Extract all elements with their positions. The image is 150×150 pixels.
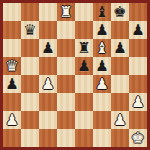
piece-black-pawn: ♟ — [75, 57, 93, 75]
square-c4[interactable]: ♟ — [39, 75, 57, 93]
square-c1[interactable] — [39, 129, 57, 147]
square-c2[interactable] — [39, 111, 57, 129]
chess-board: ♜♝♚♛♟♟♟♜♝♟♛♟♟♟♟♟♟♟♟♚ — [3, 3, 147, 147]
piece-white-king: ♚ — [129, 129, 147, 147]
square-h1[interactable]: ♚ — [129, 129, 147, 147]
square-c5[interactable] — [39, 57, 57, 75]
square-d1[interactable] — [57, 129, 75, 147]
square-a4[interactable]: ♟ — [3, 75, 21, 93]
square-d7[interactable] — [57, 21, 75, 39]
square-a2[interactable]: ♟ — [3, 111, 21, 129]
square-a7[interactable] — [3, 21, 21, 39]
square-a5[interactable]: ♛ — [3, 57, 21, 75]
square-b8[interactable] — [21, 3, 39, 21]
square-g3[interactable] — [111, 93, 129, 111]
square-d2[interactable] — [57, 111, 75, 129]
square-e4[interactable] — [75, 75, 93, 93]
piece-white-queen: ♛ — [3, 57, 21, 75]
square-d4[interactable] — [57, 75, 75, 93]
square-b4[interactable] — [21, 75, 39, 93]
square-d3[interactable] — [57, 93, 75, 111]
square-a8[interactable] — [3, 3, 21, 21]
square-g6[interactable]: ♟ — [111, 39, 129, 57]
square-f7[interactable]: ♟ — [93, 21, 111, 39]
square-g4[interactable] — [111, 75, 129, 93]
square-e1[interactable] — [75, 129, 93, 147]
square-b1[interactable] — [21, 129, 39, 147]
square-h3[interactable]: ♟ — [129, 93, 147, 111]
square-h7[interactable]: ♟ — [129, 21, 147, 39]
square-f2[interactable] — [93, 111, 111, 129]
square-b5[interactable] — [21, 57, 39, 75]
piece-white-bishop: ♝ — [93, 39, 111, 57]
piece-white-pawn: ♟ — [111, 111, 129, 129]
square-g7[interactable] — [111, 21, 129, 39]
square-h2[interactable] — [129, 111, 147, 129]
square-e5[interactable]: ♟ — [75, 57, 93, 75]
square-e3[interactable] — [75, 93, 93, 111]
piece-black-pawn: ♟ — [39, 39, 57, 57]
square-h6[interactable] — [129, 39, 147, 57]
square-e6[interactable]: ♜ — [75, 39, 93, 57]
square-g5[interactable] — [111, 57, 129, 75]
square-b7[interactable]: ♛ — [21, 21, 39, 39]
chess-board-frame: ♜♝♚♛♟♟♟♜♝♟♛♟♟♟♟♟♟♟♟♚ — [0, 0, 150, 150]
square-d5[interactable] — [57, 57, 75, 75]
piece-white-rook: ♜ — [57, 3, 75, 21]
square-h5[interactable] — [129, 57, 147, 75]
square-h8[interactable] — [129, 3, 147, 21]
piece-white-pawn: ♟ — [39, 75, 57, 93]
square-f4[interactable]: ♟ — [93, 75, 111, 93]
piece-black-pawn: ♟ — [111, 39, 129, 57]
square-e2[interactable] — [75, 111, 93, 129]
square-d6[interactable] — [57, 39, 75, 57]
piece-black-queen: ♛ — [21, 21, 39, 39]
piece-white-pawn: ♟ — [93, 75, 111, 93]
piece-black-pawn: ♟ — [129, 21, 147, 39]
square-d8[interactable]: ♜ — [57, 3, 75, 21]
square-f1[interactable] — [93, 129, 111, 147]
square-b2[interactable] — [21, 111, 39, 129]
piece-black-rook: ♜ — [75, 39, 93, 57]
square-f3[interactable] — [93, 93, 111, 111]
square-b6[interactable] — [21, 39, 39, 57]
piece-black-bishop: ♝ — [93, 3, 111, 21]
square-b3[interactable] — [21, 93, 39, 111]
square-g1[interactable] — [111, 129, 129, 147]
piece-black-pawn: ♟ — [93, 57, 111, 75]
square-a1[interactable] — [3, 129, 21, 147]
square-g8[interactable]: ♚ — [111, 3, 129, 21]
square-f8[interactable]: ♝ — [93, 3, 111, 21]
square-h4[interactable] — [129, 75, 147, 93]
piece-black-pawn: ♟ — [93, 21, 111, 39]
square-a6[interactable] — [3, 39, 21, 57]
piece-black-pawn: ♟ — [3, 75, 21, 93]
square-e7[interactable] — [75, 21, 93, 39]
square-c8[interactable] — [39, 3, 57, 21]
square-e8[interactable] — [75, 3, 93, 21]
square-g2[interactable]: ♟ — [111, 111, 129, 129]
piece-white-pawn: ♟ — [3, 111, 21, 129]
square-f5[interactable]: ♟ — [93, 57, 111, 75]
piece-white-pawn: ♟ — [129, 93, 147, 111]
piece-black-king: ♚ — [111, 3, 129, 21]
square-c7[interactable] — [39, 21, 57, 39]
square-a3[interactable] — [3, 93, 21, 111]
square-c3[interactable] — [39, 93, 57, 111]
square-f6[interactable]: ♝ — [93, 39, 111, 57]
square-c6[interactable]: ♟ — [39, 39, 57, 57]
